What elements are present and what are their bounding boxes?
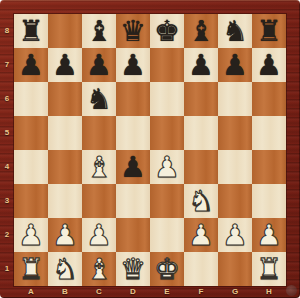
piece-white-pawn[interactable]: ♟ bbox=[52, 218, 78, 252]
square-c3[interactable] bbox=[82, 184, 116, 218]
piece-white-pawn[interactable]: ♟ bbox=[154, 150, 180, 184]
square-a3[interactable] bbox=[14, 184, 48, 218]
file-label-a: A bbox=[14, 286, 48, 298]
square-h5[interactable] bbox=[252, 116, 286, 150]
piece-black-pawn[interactable]: ♟ bbox=[120, 150, 146, 184]
square-h8[interactable]: ♜ bbox=[252, 14, 286, 48]
piece-white-pawn[interactable]: ♟ bbox=[188, 218, 214, 252]
chess-board[interactable]: ♜♝♛♚♝♞♜♟♟♟♟♟♟♟♞♝♟♟♞♟♟♟♟♟♟♜♞♝♛♚♜ bbox=[14, 14, 286, 286]
rank-labels: 87654321 bbox=[0, 14, 14, 286]
piece-black-knight[interactable]: ♞ bbox=[86, 82, 112, 116]
file-labels: ABCDEFGH bbox=[14, 286, 286, 298]
file-label-h: H bbox=[252, 286, 286, 298]
square-f8[interactable]: ♝ bbox=[184, 14, 218, 48]
square-c8[interactable]: ♝ bbox=[82, 14, 116, 48]
piece-black-pawn[interactable]: ♟ bbox=[120, 48, 146, 82]
square-a6[interactable] bbox=[14, 82, 48, 116]
watermark-logo-icon bbox=[286, 285, 297, 296]
square-e4[interactable]: ♟ bbox=[150, 150, 184, 184]
square-d2[interactable] bbox=[116, 218, 150, 252]
square-h1[interactable]: ♜ bbox=[252, 252, 286, 286]
piece-black-pawn[interactable]: ♟ bbox=[52, 48, 78, 82]
piece-white-pawn[interactable]: ♟ bbox=[256, 218, 282, 252]
rank-label-6: 6 bbox=[0, 82, 14, 116]
square-e5[interactable] bbox=[150, 116, 184, 150]
square-c5[interactable] bbox=[82, 116, 116, 150]
piece-black-rook[interactable]: ♜ bbox=[18, 14, 44, 48]
square-g1[interactable] bbox=[218, 252, 252, 286]
file-label-g: G bbox=[218, 286, 252, 298]
piece-white-pawn[interactable]: ♟ bbox=[86, 218, 112, 252]
square-c4[interactable]: ♝ bbox=[82, 150, 116, 184]
rank-label-3: 3 bbox=[0, 184, 14, 218]
square-a1[interactable]: ♜ bbox=[14, 252, 48, 286]
square-g2[interactable]: ♟ bbox=[218, 218, 252, 252]
square-b5[interactable] bbox=[48, 116, 82, 150]
file-label-b: B bbox=[48, 286, 82, 298]
square-d6[interactable] bbox=[116, 82, 150, 116]
file-label-d: D bbox=[116, 286, 150, 298]
square-g7[interactable]: ♟ bbox=[218, 48, 252, 82]
rank-label-7: 7 bbox=[0, 48, 14, 82]
piece-black-knight[interactable]: ♞ bbox=[222, 14, 248, 48]
piece-white-queen[interactable]: ♛ bbox=[120, 252, 146, 286]
square-a8[interactable]: ♜ bbox=[14, 14, 48, 48]
rank-label-4: 4 bbox=[0, 150, 14, 184]
piece-white-king[interactable]: ♚ bbox=[154, 252, 180, 286]
piece-black-bishop[interactable]: ♝ bbox=[188, 14, 214, 48]
file-label-f: F bbox=[184, 286, 218, 298]
rank-label-8: 8 bbox=[0, 14, 14, 48]
square-g5[interactable] bbox=[218, 116, 252, 150]
square-e1[interactable]: ♚ bbox=[150, 252, 184, 286]
piece-black-pawn[interactable]: ♟ bbox=[188, 48, 214, 82]
piece-black-king[interactable]: ♚ bbox=[154, 14, 180, 48]
square-f3[interactable]: ♞ bbox=[184, 184, 218, 218]
square-g3[interactable] bbox=[218, 184, 252, 218]
square-h3[interactable] bbox=[252, 184, 286, 218]
piece-white-pawn[interactable]: ♟ bbox=[222, 218, 248, 252]
rank-label-1: 1 bbox=[0, 252, 14, 286]
piece-white-knight[interactable]: ♞ bbox=[52, 252, 78, 286]
piece-white-bishop[interactable]: ♝ bbox=[86, 252, 112, 286]
square-b3[interactable] bbox=[48, 184, 82, 218]
rank-label-5: 5 bbox=[0, 116, 14, 150]
square-c1[interactable]: ♝ bbox=[82, 252, 116, 286]
square-a4[interactable] bbox=[14, 150, 48, 184]
square-g6[interactable] bbox=[218, 82, 252, 116]
square-h6[interactable] bbox=[252, 82, 286, 116]
square-h7[interactable]: ♟ bbox=[252, 48, 286, 82]
square-d5[interactable] bbox=[116, 116, 150, 150]
square-d4[interactable]: ♟ bbox=[116, 150, 150, 184]
piece-black-bishop[interactable]: ♝ bbox=[86, 14, 112, 48]
square-d3[interactable] bbox=[116, 184, 150, 218]
square-b2[interactable]: ♟ bbox=[48, 218, 82, 252]
square-d7[interactable]: ♟ bbox=[116, 48, 150, 82]
square-e3[interactable] bbox=[150, 184, 184, 218]
square-c2[interactable]: ♟ bbox=[82, 218, 116, 252]
square-b7[interactable]: ♟ bbox=[48, 48, 82, 82]
square-f6[interactable] bbox=[184, 82, 218, 116]
square-b6[interactable] bbox=[48, 82, 82, 116]
piece-white-rook[interactable]: ♜ bbox=[18, 252, 44, 286]
square-f5[interactable] bbox=[184, 116, 218, 150]
file-label-e: E bbox=[150, 286, 184, 298]
rank-label-2: 2 bbox=[0, 218, 14, 252]
piece-white-bishop[interactable]: ♝ bbox=[86, 150, 112, 184]
square-f7[interactable]: ♟ bbox=[184, 48, 218, 82]
square-d8[interactable]: ♛ bbox=[116, 14, 150, 48]
piece-black-pawn[interactable]: ♟ bbox=[18, 48, 44, 82]
square-c6[interactable]: ♞ bbox=[82, 82, 116, 116]
piece-black-pawn[interactable]: ♟ bbox=[256, 48, 282, 82]
piece-white-knight[interactable]: ♞ bbox=[188, 184, 214, 218]
square-c7[interactable]: ♟ bbox=[82, 48, 116, 82]
square-b8[interactable] bbox=[48, 14, 82, 48]
square-e7[interactable] bbox=[150, 48, 184, 82]
square-g4[interactable] bbox=[218, 150, 252, 184]
square-e6[interactable] bbox=[150, 82, 184, 116]
square-a5[interactable] bbox=[14, 116, 48, 150]
square-e2[interactable] bbox=[150, 218, 184, 252]
square-a7[interactable]: ♟ bbox=[14, 48, 48, 82]
square-f1[interactable] bbox=[184, 252, 218, 286]
square-a2[interactable]: ♟ bbox=[14, 218, 48, 252]
piece-white-rook[interactable]: ♜ bbox=[256, 252, 282, 286]
square-h2[interactable]: ♟ bbox=[252, 218, 286, 252]
piece-black-queen[interactable]: ♛ bbox=[120, 14, 146, 48]
piece-black-pawn[interactable]: ♟ bbox=[222, 48, 248, 82]
square-h4[interactable] bbox=[252, 150, 286, 184]
square-e8[interactable]: ♚ bbox=[150, 14, 184, 48]
square-f2[interactable]: ♟ bbox=[184, 218, 218, 252]
square-g8[interactable]: ♞ bbox=[218, 14, 252, 48]
square-f4[interactable] bbox=[184, 150, 218, 184]
square-b4[interactable] bbox=[48, 150, 82, 184]
piece-black-pawn[interactable]: ♟ bbox=[86, 48, 112, 82]
square-d1[interactable]: ♛ bbox=[116, 252, 150, 286]
file-label-c: C bbox=[82, 286, 116, 298]
board-frame: 87654321 ♜♝♛♚♝♞♜♟♟♟♟♟♟♟♞♝♟♟♞♟♟♟♟♟♟♜♞♝♛♚♜… bbox=[0, 0, 300, 298]
square-b1[interactable]: ♞ bbox=[48, 252, 82, 286]
piece-white-pawn[interactable]: ♟ bbox=[18, 218, 44, 252]
piece-black-rook[interactable]: ♜ bbox=[256, 14, 282, 48]
